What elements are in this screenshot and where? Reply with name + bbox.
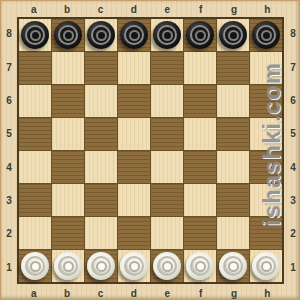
square-d7[interactable]	[118, 52, 150, 84]
square-g7[interactable]	[217, 52, 249, 84]
file-labels-bottom: abcdefgh	[17, 285, 284, 300]
rank-label-7: 7	[285, 50, 300, 83]
rank-label-4: 4	[285, 151, 300, 184]
square-c6[interactable]	[85, 85, 117, 117]
checker-ring	[25, 25, 45, 45]
square-a8[interactable]	[19, 19, 51, 51]
square-c5[interactable]	[85, 118, 117, 150]
square-b1[interactable]	[52, 250, 84, 282]
checker-light[interactable]	[252, 252, 280, 280]
checker-center	[30, 30, 41, 41]
square-d4[interactable]	[118, 151, 150, 183]
checker-ring	[91, 25, 111, 45]
square-c4[interactable]	[85, 151, 117, 183]
checker-ring	[124, 25, 144, 45]
square-c8[interactable]	[85, 19, 117, 51]
square-h8[interactable]	[250, 19, 282, 51]
checker-center	[129, 30, 140, 41]
checker-center	[96, 30, 107, 41]
square-d3[interactable]	[118, 184, 150, 216]
rank-label-3: 3	[285, 184, 300, 217]
square-g4[interactable]	[217, 151, 249, 183]
file-label-h: h	[251, 285, 284, 300]
square-e8[interactable]	[151, 19, 183, 51]
square-c7[interactable]	[85, 52, 117, 84]
checker-light[interactable]	[21, 252, 49, 280]
square-a5[interactable]	[19, 118, 51, 150]
square-h1[interactable]	[250, 250, 282, 282]
checker-ring	[190, 256, 210, 276]
square-h6[interactable]	[250, 85, 282, 117]
square-f1[interactable]	[184, 250, 216, 282]
square-b6[interactable]	[52, 85, 84, 117]
rank-label-2: 2	[285, 217, 300, 250]
checker-light[interactable]	[54, 252, 82, 280]
checker-dark[interactable]	[252, 21, 280, 49]
square-c3[interactable]	[85, 184, 117, 216]
checker-ring	[58, 25, 78, 45]
square-f2[interactable]	[184, 217, 216, 249]
square-a7[interactable]	[19, 52, 51, 84]
square-f6[interactable]	[184, 85, 216, 117]
checker-ring	[157, 256, 177, 276]
rank-label-5: 5	[285, 117, 300, 150]
checker-ring	[25, 256, 45, 276]
square-a4[interactable]	[19, 151, 51, 183]
checker-dark[interactable]	[186, 21, 214, 49]
square-b8[interactable]	[52, 19, 84, 51]
checker-dark[interactable]	[153, 21, 181, 49]
checker-dark[interactable]	[87, 21, 115, 49]
checker-dark[interactable]	[120, 21, 148, 49]
checker-center	[162, 30, 173, 41]
square-e2[interactable]	[151, 217, 183, 249]
square-b2[interactable]	[52, 217, 84, 249]
file-label-b: b	[50, 285, 83, 300]
rank-label-8: 8	[285, 17, 300, 50]
rank-label-1: 1	[1, 251, 17, 284]
square-f8[interactable]	[184, 19, 216, 51]
rank-label-6: 6	[285, 84, 300, 117]
square-b3[interactable]	[52, 184, 84, 216]
checker-light[interactable]	[120, 252, 148, 280]
square-d1[interactable]	[118, 250, 150, 282]
square-g1[interactable]	[217, 250, 249, 282]
rank-label-7: 7	[1, 50, 17, 83]
square-h7[interactable]	[250, 52, 282, 84]
square-b5[interactable]	[52, 118, 84, 150]
checker-ring	[223, 256, 243, 276]
file-label-f: f	[184, 285, 217, 300]
square-c2[interactable]	[85, 217, 117, 249]
square-a1[interactable]	[19, 250, 51, 282]
checker-center	[162, 261, 173, 272]
rank-label-2: 2	[1, 217, 17, 250]
rank-labels-left: 87654321	[1, 17, 17, 284]
square-a6[interactable]	[19, 85, 51, 117]
square-f5[interactable]	[184, 118, 216, 150]
checker-center	[228, 30, 239, 41]
square-g5[interactable]	[217, 118, 249, 150]
file-label-c: c	[84, 1, 117, 17]
checker-center	[195, 30, 206, 41]
square-g2[interactable]	[217, 217, 249, 249]
square-h5[interactable]	[250, 118, 282, 150]
checker-center	[129, 261, 140, 272]
square-a2[interactable]	[19, 217, 51, 249]
square-d2[interactable]	[118, 217, 150, 249]
checker-ring	[256, 25, 276, 45]
board-grid	[17, 17, 284, 284]
square-g6[interactable]	[217, 85, 249, 117]
checker-center	[63, 30, 74, 41]
file-label-e: e	[151, 1, 184, 17]
square-h2[interactable]	[250, 217, 282, 249]
file-label-b: b	[50, 1, 83, 17]
checker-center	[261, 261, 272, 272]
square-e1[interactable]	[151, 250, 183, 282]
checker-light[interactable]	[87, 252, 115, 280]
file-label-a: a	[17, 1, 50, 17]
checker-center	[195, 261, 206, 272]
file-label-g: g	[217, 285, 250, 300]
file-label-d: d	[117, 1, 150, 17]
rank-label-3: 3	[1, 184, 17, 217]
checker-light[interactable]	[153, 252, 181, 280]
file-label-e: e	[151, 285, 184, 300]
square-d6[interactable]	[118, 85, 150, 117]
checker-center	[261, 30, 272, 41]
square-b4[interactable]	[52, 151, 84, 183]
rank-labels-right: 87654321	[285, 17, 300, 284]
square-e5[interactable]	[151, 118, 183, 150]
square-g3[interactable]	[217, 184, 249, 216]
checker-center	[96, 261, 107, 272]
rank-label-1: 1	[285, 251, 300, 284]
square-a3[interactable]	[19, 184, 51, 216]
square-e7[interactable]	[151, 52, 183, 84]
checker-ring	[58, 256, 78, 276]
checker-center	[63, 261, 74, 272]
checker-ring	[124, 256, 144, 276]
file-label-f: f	[184, 1, 217, 17]
checker-center	[30, 261, 41, 272]
file-label-h: h	[251, 1, 284, 17]
square-d5[interactable]	[118, 118, 150, 150]
checker-ring	[190, 25, 210, 45]
square-e6[interactable]	[151, 85, 183, 117]
rank-label-6: 6	[1, 84, 17, 117]
square-b7[interactable]	[52, 52, 84, 84]
square-c1[interactable]	[85, 250, 117, 282]
file-labels-top: abcdefgh	[17, 1, 284, 17]
checker-ring	[91, 256, 111, 276]
checker-center	[228, 261, 239, 272]
checker-ring	[157, 25, 177, 45]
checker-light[interactable]	[219, 252, 247, 280]
checker-ring	[223, 25, 243, 45]
square-g8[interactable]	[217, 19, 249, 51]
square-f3[interactable]	[184, 184, 216, 216]
checker-dark[interactable]	[219, 21, 247, 49]
checker-light[interactable]	[186, 252, 214, 280]
square-d8[interactable]	[118, 19, 150, 51]
square-h4[interactable]	[250, 151, 282, 183]
board-frame: abcdefgh abcdefgh 87654321 87654321 isha…	[0, 0, 300, 300]
checker-ring	[256, 256, 276, 276]
square-h3[interactable]	[250, 184, 282, 216]
checker-dark[interactable]	[21, 21, 49, 49]
file-label-d: d	[117, 285, 150, 300]
square-f4[interactable]	[184, 151, 216, 183]
rank-label-8: 8	[1, 17, 17, 50]
square-f7[interactable]	[184, 52, 216, 84]
file-label-c: c	[84, 285, 117, 300]
square-e4[interactable]	[151, 151, 183, 183]
rank-label-5: 5	[1, 117, 17, 150]
file-label-g: g	[217, 1, 250, 17]
rank-label-4: 4	[1, 151, 17, 184]
checker-dark[interactable]	[54, 21, 82, 49]
file-label-a: a	[17, 285, 50, 300]
square-e3[interactable]	[151, 184, 183, 216]
